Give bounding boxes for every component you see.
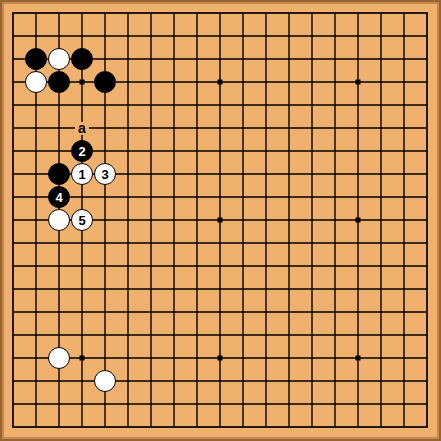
point-label-text: a (75, 122, 89, 135)
white-stone (25, 71, 47, 93)
move-number: 3 (101, 168, 108, 181)
move-number: 1 (78, 168, 85, 181)
move-5-white-stone: 5 (71, 209, 93, 231)
point-4-10: 5 (71, 209, 94, 232)
point-3-4 (48, 71, 71, 94)
point-4-8: 1 (71, 163, 94, 186)
white-stone (48, 48, 70, 70)
black-stone (71, 48, 93, 70)
black-stone (48, 71, 70, 93)
move-3-white-stone: 3 (94, 163, 116, 185)
move-number: 5 (78, 214, 85, 227)
point-4-7: 2 (71, 140, 94, 163)
move-4-black-stone: 4 (48, 186, 70, 208)
move-number: 2 (78, 145, 85, 158)
white-stone (48, 347, 70, 369)
point-5-17 (94, 370, 117, 393)
point-2-4 (25, 71, 48, 94)
point-label-a: a (71, 117, 94, 140)
black-stone (48, 163, 70, 185)
point-2-3 (25, 48, 48, 71)
point-5-8: 3 (94, 163, 117, 186)
stones-layer: 21345a (2, 2, 439, 439)
point-3-9: 4 (48, 186, 71, 209)
point-3-3 (48, 48, 71, 71)
point-3-10 (48, 209, 71, 232)
move-1-white-stone: 1 (71, 163, 93, 185)
point-5-4 (94, 71, 117, 94)
point-3-16 (48, 347, 71, 370)
point-4-3 (71, 48, 94, 71)
move-2-black-stone: 2 (71, 140, 93, 162)
white-stone (48, 209, 70, 231)
move-number: 4 (55, 191, 62, 204)
black-stone (25, 48, 47, 70)
point-3-8 (48, 163, 71, 186)
white-stone (94, 370, 116, 392)
black-stone (94, 71, 116, 93)
go-board: 21345a (0, 0, 441, 441)
